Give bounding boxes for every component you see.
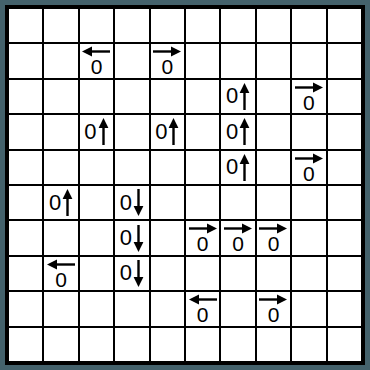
cell-r1c1[interactable] [9,9,42,42]
clue-number: 0 [155,121,167,143]
cell-r5c10[interactable] [328,151,361,184]
cell-r6c8[interactable] [257,186,290,219]
cell-r9c1[interactable] [9,292,42,325]
clue-number: 0 [49,192,61,214]
cell-r1c4[interactable] [115,9,148,42]
cell-r5c3[interactable] [80,151,113,184]
clue-r2c5: 0 [151,44,184,77]
cell-r6c5[interactable] [151,186,184,219]
clue-number: 0 [303,163,315,184]
cell-r4c6[interactable] [186,115,219,148]
cell-r1c7[interactable] [221,9,254,42]
cell-r9c5[interactable] [151,292,184,325]
cell-r7c10[interactable] [328,221,361,254]
clue-number: 0 [268,304,280,325]
cell-r1c5[interactable] [151,9,184,42]
cell-r8c10[interactable] [328,257,361,290]
clue-r7c4: 0 [115,221,148,254]
clue-number: 0 [226,156,238,178]
cell-r2c9[interactable] [292,44,325,77]
cell-r2c10[interactable] [328,44,361,77]
cell-r8c7[interactable] [221,257,254,290]
cell-r3c6[interactable] [186,80,219,113]
cell-r9c3[interactable] [80,292,113,325]
clue-r4c7: 0 [221,115,254,148]
clue-number: 0 [197,304,209,325]
clue-r7c7: 0 [221,221,254,254]
cell-r3c1[interactable] [9,80,42,113]
cell-r5c4[interactable] [115,151,148,184]
clue-number: 0 [226,85,238,107]
clue-number: 0 [197,233,209,254]
arrow-up-icon [239,83,250,110]
cell-r10c10[interactable] [328,328,361,361]
cell-r7c1[interactable] [9,221,42,254]
cell-r9c9[interactable] [292,292,325,325]
clue-r7c8: 0 [257,221,290,254]
clue-r6c4: 0 [115,186,148,219]
cell-r3c3[interactable] [80,80,113,113]
puzzle-board-frame: 0000000000000000000 [0,0,370,370]
arrow-up-icon [239,118,250,145]
clue-r8c4: 0 [115,257,148,290]
cell-r4c9[interactable] [292,115,325,148]
cell-r8c5[interactable] [151,257,184,290]
clue-r7c6: 0 [186,221,219,254]
clue-number: 0 [120,227,132,249]
cell-r10c6[interactable] [186,328,219,361]
cell-r9c2[interactable] [44,292,77,325]
arrow-down-icon [133,260,144,287]
arrow-down-icon [133,225,144,252]
arrow-up-icon [98,118,109,145]
cell-r10c9[interactable] [292,328,325,361]
cell-r5c8[interactable] [257,151,290,184]
cell-r5c2[interactable] [44,151,77,184]
cell-r5c5[interactable] [151,151,184,184]
arrow-up-icon [62,189,73,216]
cell-r8c6[interactable] [186,257,219,290]
cell-r7c3[interactable] [80,221,113,254]
cell-r2c2[interactable] [44,44,77,77]
cell-r2c7[interactable] [221,44,254,77]
cell-r8c3[interactable] [80,257,113,290]
cell-r6c10[interactable] [328,186,361,219]
cell-r3c5[interactable] [151,80,184,113]
cell-r2c8[interactable] [257,44,290,77]
clue-r4c5: 0 [151,115,184,148]
clue-number: 0 [120,262,132,284]
cell-r5c6[interactable] [186,151,219,184]
cell-r3c2[interactable] [44,80,77,113]
clue-number: 0 [268,233,280,254]
cell-r10c5[interactable] [151,328,184,361]
cell-r10c8[interactable] [257,328,290,361]
clue-r6c2: 0 [44,186,77,219]
cell-r9c10[interactable] [328,292,361,325]
cell-r1c6[interactable] [186,9,219,42]
cell-r7c2[interactable] [44,221,77,254]
cell-r9c7[interactable] [221,292,254,325]
cell-r6c3[interactable] [80,186,113,219]
cell-r4c10[interactable] [328,115,361,148]
cell-r8c1[interactable] [9,257,42,290]
cell-r8c8[interactable] [257,257,290,290]
cell-r9c4[interactable] [115,292,148,325]
cell-r2c6[interactable] [186,44,219,77]
arrow-up-icon [168,118,179,145]
cell-r8c9[interactable] [292,257,325,290]
cell-r1c10[interactable] [328,9,361,42]
clue-number: 0 [120,192,132,214]
cell-r3c10[interactable] [328,80,361,113]
clue-r2c3: 0 [80,44,113,77]
cell-r1c9[interactable] [292,9,325,42]
clue-number: 0 [91,56,103,77]
cell-r6c6[interactable] [186,186,219,219]
clue-r9c6: 0 [186,292,219,325]
cell-r7c9[interactable] [292,221,325,254]
yajilin-board: 0000000000000000000 [5,5,365,365]
cell-r6c1[interactable] [9,186,42,219]
puzzle-grid: 0000000000000000000 [9,9,361,361]
cell-r1c8[interactable] [257,9,290,42]
cell-r10c4[interactable] [115,328,148,361]
cell-r1c2[interactable] [44,9,77,42]
cell-r2c4[interactable] [115,44,148,77]
clue-number: 0 [226,121,238,143]
clue-r5c7: 0 [221,151,254,184]
clue-r9c8: 0 [257,292,290,325]
clue-r5c9: 0 [292,151,325,184]
cell-r4c8[interactable] [257,115,290,148]
cell-r4c2[interactable] [44,115,77,148]
arrow-up-icon [239,154,250,181]
cell-r10c7[interactable] [221,328,254,361]
cell-r6c9[interactable] [292,186,325,219]
clue-number: 0 [55,269,67,290]
clue-number: 0 [161,56,173,77]
cell-r6c7[interactable] [221,186,254,219]
cell-r2c1[interactable] [9,44,42,77]
cell-r1c3[interactable] [80,9,113,42]
cell-r3c4[interactable] [115,80,148,113]
clue-number: 0 [303,92,315,113]
cell-r7c5[interactable] [151,221,184,254]
clue-r3c9: 0 [292,80,325,113]
cell-r4c1[interactable] [9,115,42,148]
cell-r10c2[interactable] [44,328,77,361]
arrow-down-icon [133,189,144,216]
cell-r10c3[interactable] [80,328,113,361]
cell-r10c1[interactable] [9,328,42,361]
clue-number: 0 [84,121,96,143]
cell-r4c4[interactable] [115,115,148,148]
cell-r3c8[interactable] [257,80,290,113]
clue-r3c7: 0 [221,80,254,113]
clue-number: 0 [232,233,244,254]
clue-r8c2: 0 [44,257,77,290]
clue-r4c3: 0 [80,115,113,148]
cell-r5c1[interactable] [9,151,42,184]
